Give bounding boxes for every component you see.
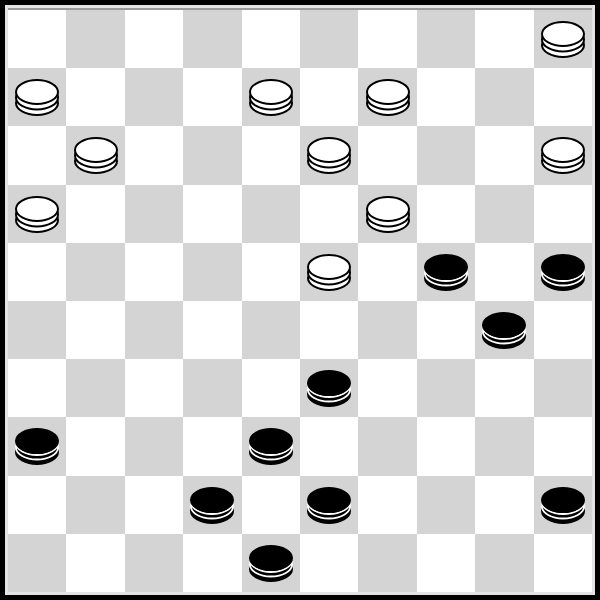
piece-disc-layer bbox=[308, 371, 350, 395]
white-man[interactable] bbox=[540, 137, 586, 175]
black-man[interactable] bbox=[248, 545, 294, 583]
square-12[interactable] bbox=[183, 126, 241, 184]
square-50[interactable] bbox=[475, 534, 533, 592]
light-square-r9c3 bbox=[183, 534, 241, 592]
square-20[interactable] bbox=[475, 185, 533, 243]
piece-disc-layer bbox=[16, 429, 58, 453]
square-19[interactable] bbox=[358, 185, 416, 243]
light-square-r9c1 bbox=[66, 534, 124, 592]
square-25[interactable] bbox=[534, 243, 592, 301]
white-man[interactable] bbox=[540, 21, 586, 59]
light-square-r0c6 bbox=[358, 10, 416, 68]
piece-disc-layer bbox=[16, 197, 58, 221]
square-40[interactable] bbox=[475, 417, 533, 475]
light-square-r7c1 bbox=[66, 417, 124, 475]
square-1[interactable] bbox=[66, 10, 124, 68]
board-bevel bbox=[5, 5, 595, 595]
light-square-r2c4 bbox=[242, 126, 300, 184]
square-2[interactable] bbox=[183, 10, 241, 68]
square-46[interactable] bbox=[8, 534, 66, 592]
square-38[interactable] bbox=[242, 417, 300, 475]
black-man[interactable] bbox=[540, 487, 586, 525]
black-man[interactable] bbox=[423, 254, 469, 292]
light-square-r5c1 bbox=[66, 301, 124, 359]
square-33[interactable] bbox=[300, 359, 358, 417]
square-23[interactable] bbox=[300, 243, 358, 301]
light-square-r3c9 bbox=[534, 185, 592, 243]
piece-disc-layer bbox=[75, 138, 117, 162]
light-square-r6c6 bbox=[358, 359, 416, 417]
square-5[interactable] bbox=[534, 10, 592, 68]
light-square-r1c9 bbox=[534, 68, 592, 126]
piece-disc-layer bbox=[308, 255, 350, 279]
light-square-r2c8 bbox=[475, 126, 533, 184]
light-square-r0c8 bbox=[475, 10, 533, 68]
square-39[interactable] bbox=[358, 417, 416, 475]
light-square-r4c0 bbox=[8, 243, 66, 301]
light-square-r9c7 bbox=[417, 534, 475, 592]
black-man[interactable] bbox=[306, 370, 352, 408]
light-square-r7c3 bbox=[183, 417, 241, 475]
square-45[interactable] bbox=[534, 476, 592, 534]
white-man[interactable] bbox=[14, 79, 60, 117]
light-square-r3c5 bbox=[300, 185, 358, 243]
white-man[interactable] bbox=[365, 79, 411, 117]
light-square-r3c3 bbox=[183, 185, 241, 243]
light-square-r4c4 bbox=[242, 243, 300, 301]
light-square-r8c4 bbox=[242, 476, 300, 534]
white-man[interactable] bbox=[306, 137, 352, 175]
light-square-r8c2 bbox=[125, 476, 183, 534]
light-square-r7c5 bbox=[300, 417, 358, 475]
square-27[interactable] bbox=[125, 301, 183, 359]
white-man[interactable] bbox=[14, 196, 60, 234]
square-31[interactable] bbox=[66, 359, 124, 417]
square-48[interactable] bbox=[242, 534, 300, 592]
square-3[interactable] bbox=[300, 10, 358, 68]
light-square-r3c7 bbox=[417, 185, 475, 243]
light-square-r8c6 bbox=[358, 476, 416, 534]
square-6[interactable] bbox=[8, 68, 66, 126]
square-17[interactable] bbox=[125, 185, 183, 243]
piece-disc-layer bbox=[542, 488, 584, 512]
light-square-r5c3 bbox=[183, 301, 241, 359]
black-man[interactable] bbox=[540, 254, 586, 292]
light-square-r5c5 bbox=[300, 301, 358, 359]
light-square-r2c2 bbox=[125, 126, 183, 184]
piece-disc-layer bbox=[483, 313, 525, 337]
square-28[interactable] bbox=[242, 301, 300, 359]
square-11[interactable] bbox=[66, 126, 124, 184]
light-square-r4c8 bbox=[475, 243, 533, 301]
black-man[interactable] bbox=[14, 428, 60, 466]
light-square-r6c2 bbox=[125, 359, 183, 417]
light-square-r5c9 bbox=[534, 301, 592, 359]
square-16[interactable] bbox=[8, 185, 66, 243]
square-34[interactable] bbox=[417, 359, 475, 417]
square-7[interactable] bbox=[125, 68, 183, 126]
square-9[interactable] bbox=[358, 68, 416, 126]
piece-disc-layer bbox=[250, 429, 292, 453]
square-14[interactable] bbox=[417, 126, 475, 184]
board-frame bbox=[0, 0, 600, 600]
square-41[interactable] bbox=[66, 476, 124, 534]
light-square-r4c6 bbox=[358, 243, 416, 301]
black-man[interactable] bbox=[189, 487, 235, 525]
white-man[interactable] bbox=[248, 79, 294, 117]
white-man[interactable] bbox=[306, 254, 352, 292]
light-square-r1c5 bbox=[300, 68, 358, 126]
square-42[interactable] bbox=[183, 476, 241, 534]
black-man[interactable] bbox=[306, 487, 352, 525]
light-square-r5c7 bbox=[417, 301, 475, 359]
light-square-r9c9 bbox=[534, 534, 592, 592]
square-32[interactable] bbox=[183, 359, 241, 417]
light-square-r1c1 bbox=[66, 68, 124, 126]
piece-disc-layer bbox=[542, 138, 584, 162]
square-10[interactable] bbox=[475, 68, 533, 126]
piece-disc-layer bbox=[308, 138, 350, 162]
piece-disc-layer bbox=[367, 197, 409, 221]
light-square-r2c6 bbox=[358, 126, 416, 184]
light-square-r6c8 bbox=[475, 359, 533, 417]
square-18[interactable] bbox=[242, 185, 300, 243]
piece-disc-layer bbox=[425, 255, 467, 279]
piece-disc-layer bbox=[367, 80, 409, 104]
light-square-r8c8 bbox=[475, 476, 533, 534]
black-man[interactable] bbox=[248, 428, 294, 466]
draughts-board bbox=[8, 10, 592, 592]
square-49[interactable] bbox=[358, 534, 416, 592]
light-square-r4c2 bbox=[125, 243, 183, 301]
square-36[interactable] bbox=[8, 417, 66, 475]
light-square-r3c1 bbox=[66, 185, 124, 243]
light-square-r0c4 bbox=[242, 10, 300, 68]
black-man[interactable] bbox=[481, 312, 527, 350]
square-44[interactable] bbox=[417, 476, 475, 534]
light-square-r6c0 bbox=[8, 359, 66, 417]
light-square-r0c2 bbox=[125, 10, 183, 68]
square-4[interactable] bbox=[417, 10, 475, 68]
light-square-r7c7 bbox=[417, 417, 475, 475]
white-man[interactable] bbox=[365, 196, 411, 234]
square-15[interactable] bbox=[534, 126, 592, 184]
board-inner bbox=[8, 8, 592, 592]
light-square-r7c9 bbox=[534, 417, 592, 475]
square-47[interactable] bbox=[125, 534, 183, 592]
square-30[interactable] bbox=[475, 301, 533, 359]
light-square-r6c4 bbox=[242, 359, 300, 417]
square-8[interactable] bbox=[242, 68, 300, 126]
square-22[interactable] bbox=[183, 243, 241, 301]
piece-disc-layer bbox=[542, 255, 584, 279]
white-man[interactable] bbox=[73, 137, 119, 175]
piece-disc-layer bbox=[308, 488, 350, 512]
square-37[interactable] bbox=[125, 417, 183, 475]
light-square-r2c0 bbox=[8, 126, 66, 184]
light-square-r1c7 bbox=[417, 68, 475, 126]
square-43[interactable] bbox=[300, 476, 358, 534]
square-29[interactable] bbox=[358, 301, 416, 359]
square-24[interactable] bbox=[417, 243, 475, 301]
light-square-r9c5 bbox=[300, 534, 358, 592]
piece-disc-layer bbox=[250, 80, 292, 104]
piece-disc-layer bbox=[16, 80, 58, 104]
square-35[interactable] bbox=[534, 359, 592, 417]
light-square-r1c3 bbox=[183, 68, 241, 126]
piece-disc-layer bbox=[542, 22, 584, 46]
light-square-r0c0 bbox=[8, 10, 66, 68]
square-26[interactable] bbox=[8, 301, 66, 359]
light-square-r8c0 bbox=[8, 476, 66, 534]
square-13[interactable] bbox=[300, 126, 358, 184]
piece-disc-layer bbox=[191, 488, 233, 512]
square-21[interactable] bbox=[66, 243, 124, 301]
piece-disc-layer bbox=[250, 546, 292, 570]
